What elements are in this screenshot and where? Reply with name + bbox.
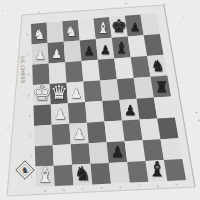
photo-grain xyxy=(0,0,200,200)
board-photo: 87654321abcdefgh US CHESS ♞ ♞♞♝♚♟♟♟♟♟♝♞♚… xyxy=(0,0,200,200)
chessboard-photo-scene: 87654321abcdefgh US CHESS ♞ ♞♞♝♚♟♟♟♟♟♝♞♚… xyxy=(0,0,200,200)
